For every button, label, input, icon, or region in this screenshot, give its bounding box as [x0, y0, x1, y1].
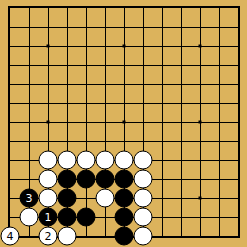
stone-black	[58, 170, 77, 189]
stone-white	[58, 151, 77, 170]
stone-white	[77, 151, 96, 170]
stone-black	[115, 189, 134, 208]
stone-white	[96, 189, 115, 208]
stone-white	[20, 208, 39, 227]
grid-line-vertical	[219, 8, 220, 237]
hoshi-point	[47, 121, 50, 124]
stone-white	[134, 189, 153, 208]
stone-black	[115, 208, 134, 227]
stone-black-move-1: 1	[39, 208, 58, 227]
stone-white	[115, 151, 134, 170]
grid-line-vertical	[162, 8, 163, 237]
stone-white-move-4: 4	[1, 227, 20, 246]
stone-black-move-3: 3	[20, 189, 39, 208]
stone-black	[77, 170, 96, 189]
stone-black	[77, 208, 96, 227]
go-board-diagram: 3142	[0, 0, 247, 247]
stone-white	[134, 170, 153, 189]
stone-white	[58, 227, 77, 246]
stone-white	[134, 227, 153, 246]
stone-black	[115, 227, 134, 246]
stone-white	[134, 151, 153, 170]
stone-black	[115, 170, 134, 189]
stone-black	[58, 189, 77, 208]
stone-white	[39, 151, 58, 170]
stone-black	[96, 170, 115, 189]
hoshi-point	[199, 197, 202, 200]
stone-black	[58, 208, 77, 227]
stone-white	[39, 189, 58, 208]
grid-line-horizontal	[10, 141, 239, 142]
stone-white	[39, 170, 58, 189]
grid-line-vertical	[181, 8, 182, 237]
stone-white	[96, 151, 115, 170]
stone-white-move-2: 2	[39, 227, 58, 246]
hoshi-point	[123, 121, 126, 124]
hoshi-point	[47, 45, 50, 48]
hoshi-point	[199, 121, 202, 124]
stone-white	[134, 208, 153, 227]
hoshi-point	[123, 45, 126, 48]
hoshi-point	[199, 45, 202, 48]
